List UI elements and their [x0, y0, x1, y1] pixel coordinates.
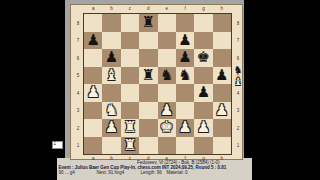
file-label: b [102, 4, 120, 12]
square-f4[interactable] [176, 84, 194, 102]
black-pawn: ♟ [178, 49, 191, 67]
square-a6[interactable] [84, 49, 102, 67]
black-king: ♚ [197, 49, 210, 67]
file-label: f [176, 4, 194, 12]
black-knight: ♞ [234, 64, 243, 76]
square-e1[interactable] [158, 137, 176, 155]
square-b3[interactable]: ♞ [102, 102, 120, 120]
square-b7[interactable] [102, 32, 120, 50]
file-label: d [139, 154, 157, 162]
square-c8[interactable] [121, 14, 139, 32]
rank-labels-left: 87654321 [72, 14, 84, 154]
square-g4[interactable]: ♟ [194, 84, 212, 102]
square-g8[interactable] [194, 14, 212, 32]
square-h8[interactable] [213, 14, 231, 32]
file-label: b [102, 154, 120, 162]
square-b5[interactable]: ♝ [102, 67, 120, 85]
square-a5[interactable] [84, 67, 102, 85]
square-a4[interactable]: ♟ [84, 84, 102, 102]
square-c7[interactable] [121, 32, 139, 50]
white-pawn: ♟ [197, 119, 210, 137]
material-tray: ♞♝ [232, 64, 244, 88]
file-labels-bottom: abcdefgh [84, 154, 231, 162]
rank-label: 1 [72, 137, 84, 155]
white-pawn: ♟ [105, 119, 118, 137]
file-label: c [121, 4, 139, 12]
square-f1[interactable] [176, 137, 194, 155]
file-label: h [213, 154, 231, 162]
square-b8[interactable] [102, 14, 120, 32]
white-rook: ♜ [123, 137, 136, 155]
square-d3[interactable] [139, 102, 157, 120]
square-e2[interactable]: ♚ [158, 119, 176, 137]
rank-label: 1 [232, 137, 244, 155]
square-g1[interactable] [194, 137, 212, 155]
square-f5[interactable]: ♞ [176, 67, 194, 85]
rank-label: 3 [72, 102, 84, 120]
square-a7[interactable]: ♟ [84, 32, 102, 50]
square-e8[interactable] [158, 14, 176, 32]
rank-label: 7 [72, 32, 84, 50]
square-d6[interactable] [139, 49, 157, 67]
white-pawn: ♟ [215, 102, 228, 120]
rank-label: 6 [72, 49, 84, 67]
square-d5[interactable]: ♜ [139, 67, 157, 85]
white-pawn: ♟ [160, 102, 173, 120]
square-f7[interactable]: ♟ [176, 32, 194, 50]
square-c6[interactable] [121, 49, 139, 67]
square-f6[interactable]: ♟ [176, 49, 194, 67]
black-rook: ♜ [142, 14, 155, 32]
rank-label: 5 [72, 67, 84, 85]
square-h3[interactable]: ♟ [213, 102, 231, 120]
square-c2[interactable]: ♜ [121, 119, 139, 137]
square-b6[interactable]: ♟ [102, 49, 120, 67]
video-frame: abcdefgh 87654321 87654321 abcdefgh ♜♟♟♟… [0, 0, 320, 180]
board: ♜♟♟♟♟♚♝♜♞♞♟♟♟♞♟♟♟♜♚♟♟♜ [84, 14, 231, 154]
rank-label: 3 [232, 102, 244, 120]
square-h7[interactable] [213, 32, 231, 50]
black-pawn: ♟ [215, 67, 228, 85]
square-e5[interactable]: ♞ [158, 67, 176, 85]
black-pawn: ♟ [197, 84, 210, 102]
white-bishop: ♝ [105, 67, 118, 85]
square-c4[interactable] [121, 84, 139, 102]
rank-label: 2 [72, 119, 84, 137]
file-label: e [158, 154, 176, 162]
square-b2[interactable]: ♟ [102, 119, 120, 137]
square-d1[interactable] [139, 137, 157, 155]
square-h4[interactable] [213, 84, 231, 102]
square-h5[interactable]: ♟ [213, 67, 231, 85]
square-h2[interactable] [213, 119, 231, 137]
black-knight: ♞ [160, 67, 173, 85]
square-f3[interactable] [176, 102, 194, 120]
square-b1[interactable] [102, 137, 120, 155]
black-pawn: ♟ [178, 32, 191, 50]
square-d2[interactable] [139, 119, 157, 137]
move-counter-box[interactable]: 1 [52, 141, 63, 149]
rank-label: 4 [72, 84, 84, 102]
rank-label: 7 [232, 32, 244, 50]
square-c1[interactable]: ♜ [121, 137, 139, 155]
square-e7[interactable] [158, 32, 176, 50]
square-c5[interactable] [121, 67, 139, 85]
move-counter-label: 1 [53, 142, 58, 146]
square-d4[interactable] [139, 84, 157, 102]
black-rook: ♜ [142, 67, 155, 85]
file-label: e [158, 4, 176, 12]
file-label: g [194, 4, 212, 12]
square-g5[interactable] [194, 67, 212, 85]
square-f2[interactable]: ♟ [176, 119, 194, 137]
black-pawn: ♟ [86, 32, 99, 50]
game-length-text: Length: 96 [141, 170, 162, 175]
square-a3[interactable] [84, 102, 102, 120]
square-f8[interactable] [176, 14, 194, 32]
file-label: g [194, 154, 212, 162]
square-h6[interactable] [213, 49, 231, 67]
chess-board-frame: abcdefgh 87654321 87654321 abcdefgh ♜♟♟♟… [70, 4, 243, 160]
black-knight: ♞ [178, 67, 191, 85]
square-g7[interactable] [194, 32, 212, 50]
white-king: ♚ [160, 119, 173, 137]
black-pawn: ♟ [105, 49, 118, 67]
square-h1[interactable] [213, 137, 231, 155]
file-label: f [176, 154, 194, 162]
square-g3[interactable] [194, 102, 212, 120]
white-pawn: ♟ [178, 119, 191, 137]
next-move-text: Next: 91.hxg4 [97, 170, 125, 175]
square-e3[interactable]: ♟ [158, 102, 176, 120]
square-b4[interactable] [102, 84, 120, 102]
rank-label: 8 [72, 14, 84, 32]
square-e4[interactable] [158, 84, 176, 102]
white-rook: ♜ [123, 119, 136, 137]
last-move-text: 90 ... g4 [59, 170, 75, 175]
square-d7[interactable] [139, 32, 157, 50]
square-c3[interactable] [121, 102, 139, 120]
square-a1[interactable] [84, 137, 102, 155]
white-bishop: ♝ [234, 76, 243, 88]
file-label: a [84, 4, 102, 12]
file-label: a [84, 154, 102, 162]
material-balance-text: Material: 0 [167, 170, 188, 175]
square-a2[interactable] [84, 119, 102, 137]
white-knight: ♞ [105, 102, 118, 120]
square-g6[interactable]: ♚ [194, 49, 212, 67]
square-d8[interactable]: ♜ [139, 14, 157, 32]
rank-label: 2 [232, 119, 244, 137]
file-label: c [121, 154, 139, 162]
square-g2[interactable]: ♟ [194, 119, 212, 137]
white-pawn: ♟ [86, 84, 99, 102]
rank-label: 8 [232, 14, 244, 32]
square-e6[interactable] [158, 49, 176, 67]
file-labels-top: abcdefgh [84, 4, 231, 12]
square-a8[interactable] [84, 14, 102, 32]
file-label: d [139, 4, 157, 12]
move-info-line: 90 ... g4 Next: 91.hxg4 Length: 96 Mater… [59, 170, 251, 175]
file-label: h [213, 4, 231, 12]
